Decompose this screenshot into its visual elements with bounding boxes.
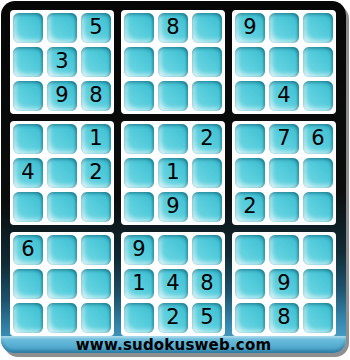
cell-r8c4[interactable]: 1	[124, 269, 154, 299]
cell-r5c2[interactable]	[47, 158, 77, 188]
cell-r8c2[interactable]	[47, 269, 77, 299]
cell-r2c5[interactable]	[158, 47, 188, 77]
cell-r4c9[interactable]: 6	[303, 124, 333, 154]
cell-r4c1[interactable]	[13, 124, 43, 154]
cell-r7c8[interactable]	[269, 235, 299, 265]
cell-r4c3[interactable]: 1	[81, 124, 111, 154]
cell-r1c4[interactable]	[124, 13, 154, 43]
cell-r3c6[interactable]	[192, 81, 222, 111]
cell-r6c5[interactable]: 9	[158, 192, 188, 222]
cell-r5c1[interactable]: 4	[13, 158, 43, 188]
cell-r7c3[interactable]	[81, 235, 111, 265]
cell-r1c1[interactable]	[13, 13, 43, 43]
cell-r5c5[interactable]: 1	[158, 158, 188, 188]
cell-r9c2[interactable]	[47, 303, 77, 333]
cell-r5c7[interactable]	[235, 158, 265, 188]
cell-r2c4[interactable]	[124, 47, 154, 77]
cell-r9c9[interactable]	[303, 303, 333, 333]
cell-r7c5[interactable]	[158, 235, 188, 265]
footer-band: www.sudokusweb.com	[1, 336, 346, 353]
cell-r4c2[interactable]	[47, 124, 77, 154]
cell-r4c8[interactable]: 7	[269, 124, 299, 154]
cell-r6c4[interactable]	[124, 192, 154, 222]
cell-r3c7[interactable]	[235, 81, 265, 111]
cell-r1c5[interactable]: 8	[158, 13, 188, 43]
cell-r9c4[interactable]	[124, 303, 154, 333]
cell-r8c3[interactable]	[81, 269, 111, 299]
cell-r8c8[interactable]: 9	[269, 269, 299, 299]
cell-r5c3[interactable]: 2	[81, 158, 111, 188]
cell-r6c7[interactable]: 2	[235, 192, 265, 222]
board-frame: 5398894142219762691482598 www.sudokusweb…	[1, 1, 346, 353]
cell-r3c4[interactable]	[124, 81, 154, 111]
cell-r9c3[interactable]	[81, 303, 111, 333]
cell-r3c2[interactable]: 9	[47, 81, 77, 111]
cell-r2c9[interactable]	[303, 47, 333, 77]
cell-r2c6[interactable]	[192, 47, 222, 77]
cell-r7c2[interactable]	[47, 235, 77, 265]
cell-r1c7[interactable]: 9	[235, 13, 265, 43]
cell-r8c9[interactable]	[303, 269, 333, 299]
box-1-3: 94	[232, 10, 336, 114]
cell-r9c1[interactable]	[13, 303, 43, 333]
cell-r4c6[interactable]: 2	[192, 124, 222, 154]
box-1-1: 5398	[10, 10, 114, 114]
cell-r8c6[interactable]: 8	[192, 269, 222, 299]
box-2-2: 219	[121, 121, 225, 225]
cell-r6c6[interactable]	[192, 192, 222, 222]
sudoku-widget: 5398894142219762691482598 www.sudokusweb…	[0, 0, 350, 360]
website-url: www.sudokusweb.com	[76, 336, 271, 354]
box-1-2: 8	[121, 10, 225, 114]
cell-r1c3[interactable]: 5	[81, 13, 111, 43]
cell-r6c9[interactable]	[303, 192, 333, 222]
cell-r1c8[interactable]	[269, 13, 299, 43]
cell-r2c3[interactable]	[81, 47, 111, 77]
cell-r1c9[interactable]	[303, 13, 333, 43]
cell-r1c6[interactable]	[192, 13, 222, 43]
cell-r2c7[interactable]	[235, 47, 265, 77]
cell-r8c1[interactable]	[13, 269, 43, 299]
cell-r5c8[interactable]	[269, 158, 299, 188]
cell-r6c3[interactable]	[81, 192, 111, 222]
cell-r3c3[interactable]: 8	[81, 81, 111, 111]
cell-r3c8[interactable]: 4	[269, 81, 299, 111]
box-2-1: 142	[10, 121, 114, 225]
cell-r5c9[interactable]	[303, 158, 333, 188]
cell-r2c2[interactable]: 3	[47, 47, 77, 77]
cell-r9c7[interactable]	[235, 303, 265, 333]
cell-r7c4[interactable]: 9	[124, 235, 154, 265]
cell-r6c1[interactable]	[13, 192, 43, 222]
cell-r5c6[interactable]	[192, 158, 222, 188]
cell-r3c5[interactable]	[158, 81, 188, 111]
cell-r6c8[interactable]	[269, 192, 299, 222]
cell-r7c1[interactable]: 6	[13, 235, 43, 265]
cell-r4c4[interactable]	[124, 124, 154, 154]
box-2-3: 762	[232, 121, 336, 225]
cell-r9c6[interactable]: 5	[192, 303, 222, 333]
cell-r2c8[interactable]	[269, 47, 299, 77]
cell-r7c6[interactable]	[192, 235, 222, 265]
cell-r7c9[interactable]	[303, 235, 333, 265]
cell-r8c5[interactable]: 4	[158, 269, 188, 299]
box-3-1: 6	[10, 232, 114, 336]
sudoku-board: 5398894142219762691482598	[10, 10, 337, 336]
cell-r2c1[interactable]	[13, 47, 43, 77]
cell-r8c7[interactable]	[235, 269, 265, 299]
cell-r4c7[interactable]	[235, 124, 265, 154]
cell-r5c4[interactable]	[124, 158, 154, 188]
cell-r7c7[interactable]	[235, 235, 265, 265]
cell-r4c5[interactable]	[158, 124, 188, 154]
cell-r9c5[interactable]: 2	[158, 303, 188, 333]
cell-r3c1[interactable]	[13, 81, 43, 111]
cell-r9c8[interactable]: 8	[269, 303, 299, 333]
cell-r3c9[interactable]	[303, 81, 333, 111]
box-3-3: 98	[232, 232, 336, 336]
cell-r6c2[interactable]	[47, 192, 77, 222]
cell-r1c2[interactable]	[47, 13, 77, 43]
box-3-2: 914825	[121, 232, 225, 336]
